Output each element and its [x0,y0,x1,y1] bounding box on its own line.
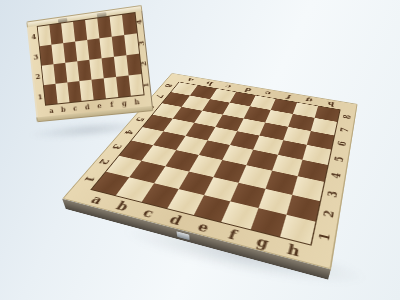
square-d2 [179,171,214,195]
square-e3 [214,160,247,182]
square-g1 [250,208,286,237]
file-label: c [69,102,82,114]
square-h5 [302,145,331,165]
file-label: e [93,99,106,111]
rank-label: 3 [130,38,151,49]
square-d3 [189,155,222,177]
square-c3 [165,150,198,171]
square-f4 [247,150,278,171]
square-a2 [106,155,142,177]
square-f1 [222,201,258,229]
file-labels-front: abcdefgh [79,190,311,264]
file-label: d [81,101,94,113]
file-label: b [57,103,70,115]
rank-label: 3 [102,139,132,154]
square-c1 [141,183,178,208]
file-label: g [117,97,131,109]
square-h4 [297,160,327,182]
square-f3 [239,165,272,188]
folded-board-face: 4321 4321 abcdefgh [27,11,153,117]
rank-label: 5 [325,151,353,167]
rank-label: 1 [135,79,156,89]
square-a1 [92,172,130,196]
folded-chessboard-box: 4321 4321 abcdefgh [26,13,150,117]
rank-label: 2 [313,203,345,225]
square-d1 [167,189,204,215]
square-f2 [231,182,265,207]
rank-label: 2 [88,154,120,170]
square-g2 [258,188,292,214]
square-e4 [222,145,253,165]
latch-icon [176,231,189,240]
square-g4 [272,155,303,177]
square-e5 [230,131,260,150]
square-b1 [116,177,154,202]
rank-label: 3 [317,184,348,204]
rank-label: 4 [128,17,149,28]
square-g3 [265,171,297,195]
chessboard-product-photo: 4321 4321 abcdefgh abcdefgh 87654321 876… [0,0,400,300]
rank-label: 4 [321,167,350,185]
square-f5 [253,135,282,154]
rank-label: 1 [73,170,107,188]
folded-board-3d: 4321 4321 abcdefgh [26,5,153,122]
file-label: h [130,96,144,108]
square-e2 [204,177,239,202]
square-h3 [292,176,324,200]
file-label: f [105,98,119,110]
square-b3 [142,145,176,165]
square-b2 [130,161,165,183]
rank-label: 1 [308,225,342,249]
square-e1 [194,195,231,222]
square-h1 [280,214,316,244]
square-h2 [286,194,320,221]
square-c2 [154,166,189,189]
square-g5 [277,140,306,160]
square-h6 [307,131,335,150]
